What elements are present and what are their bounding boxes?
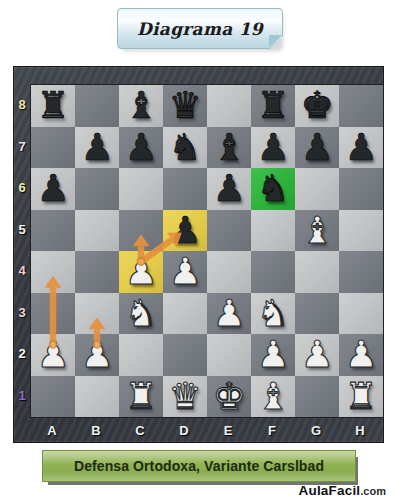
file-label-h: H (338, 418, 382, 442)
square-g4 (295, 251, 339, 293)
piece-wp-h2: ♟ (344, 334, 377, 375)
square-d6 (163, 168, 207, 210)
file-label-b: B (74, 418, 118, 442)
rank-label-6: 6 (14, 167, 30, 209)
file-label-g: G (294, 418, 338, 442)
square-b5 (75, 210, 119, 252)
square-b6 (75, 168, 119, 210)
square-e1: ♚ (207, 376, 251, 418)
piece-bb-e7: ♝ (212, 127, 245, 168)
piece-bn-d7: ♞ (168, 127, 201, 168)
square-h5 (339, 210, 383, 252)
piece-wq-d1: ♛ (168, 376, 201, 417)
piece-bp-a6: ♟ (36, 168, 69, 209)
rank-label-4: 4 (14, 250, 30, 292)
square-a2: ♟ (31, 334, 75, 376)
square-h2: ♟ (339, 334, 383, 376)
square-a3 (31, 293, 75, 335)
file-label-d: D (162, 418, 206, 442)
square-a7 (31, 127, 75, 169)
square-f3: ♞ (251, 293, 295, 335)
square-d5: ♟ (163, 210, 207, 252)
rank-labels: 87654321 (14, 84, 30, 416)
square-f6: ♞ (251, 168, 295, 210)
piece-wp-a2: ♟ (36, 334, 69, 375)
square-f8: ♜ (251, 85, 295, 127)
piece-bp-g7: ♟ (300, 127, 333, 168)
square-d2 (163, 334, 207, 376)
piece-bp-f7: ♟ (256, 127, 289, 168)
square-e7: ♝ (207, 127, 251, 169)
square-g3 (295, 293, 339, 335)
file-label-a: A (30, 418, 74, 442)
square-h3 (339, 293, 383, 335)
square-c3: ♞ (119, 293, 163, 335)
piece-wk-e1: ♚ (212, 376, 245, 417)
square-b8 (75, 85, 119, 127)
square-e4 (207, 251, 251, 293)
brand-suffix: .com (360, 485, 386, 497)
rank-label-2: 2 (14, 333, 30, 375)
square-d7: ♞ (163, 127, 207, 169)
piece-wn-f3: ♞ (256, 293, 289, 334)
piece-br-a8: ♜ (36, 85, 69, 126)
title-banner: Diagrama 19 (117, 8, 283, 49)
piece-bp-b7: ♟ (80, 127, 113, 168)
square-d8: ♛ (163, 85, 207, 127)
rank-label-3: 3 (14, 292, 30, 334)
square-a5 (31, 210, 75, 252)
rank-label-8: 8 (14, 84, 30, 126)
square-h4 (339, 251, 383, 293)
square-g2: ♟ (295, 334, 339, 376)
piece-wp-c4: ♟ (124, 251, 157, 292)
chess-board: ♜♝♛♜♚♟♟♞♝♟♟♟♟♟♞♟♝♟♟♞♟♞♟♟♟♟♟♜♛♚♝♜ (30, 84, 384, 418)
piece-bp-d5: ♟ (168, 210, 201, 251)
square-b7: ♟ (75, 127, 119, 169)
piece-br-f8: ♜ (256, 85, 289, 126)
page: Diagrama 19 87654321 ♜♝♛♜♚♟♟♞♝♟♟♟♟♟♞♟♝♟♟… (0, 0, 398, 502)
piece-wp-e3: ♟ (212, 293, 245, 334)
caption-banner: Defensa Ortodoxa, Variante Carslbad (42, 450, 356, 482)
square-g1 (295, 376, 339, 418)
square-b2: ♟ (75, 334, 119, 376)
piece-wb-f1: ♝ (256, 376, 289, 417)
square-f5 (251, 210, 295, 252)
square-h6 (339, 168, 383, 210)
square-a6: ♟ (31, 168, 75, 210)
square-c2 (119, 334, 163, 376)
square-c8: ♝ (119, 85, 163, 127)
square-f7: ♟ (251, 127, 295, 169)
chess-board-frame: 87654321 ♜♝♛♜♚♟♟♞♝♟♟♟♟♟♞♟♝♟♟♞♟♞♟♟♟♟♟♜♛♚♝… (13, 66, 384, 443)
diagram-title: Diagrama 19 (137, 19, 263, 39)
rank-label-1: 1 (14, 375, 30, 417)
square-a1 (31, 376, 75, 418)
square-c6 (119, 168, 163, 210)
square-f2: ♟ (251, 334, 295, 376)
square-c7: ♟ (119, 127, 163, 169)
square-b1 (75, 376, 119, 418)
square-e5 (207, 210, 251, 252)
piece-bp-c7: ♟ (124, 127, 157, 168)
piece-wn-c3: ♞ (124, 293, 157, 334)
square-h8 (339, 85, 383, 127)
piece-bk-g8: ♚ (300, 85, 333, 126)
piece-wp-d4: ♟ (168, 251, 201, 292)
opening-caption: Defensa Ortodoxa, Variante Carslbad (74, 458, 324, 474)
file-labels: ABCDEFGH (30, 418, 382, 442)
piece-wb-g5: ♝ (300, 210, 333, 251)
piece-wp-g2: ♟ (300, 334, 333, 375)
square-h1: ♜ (339, 376, 383, 418)
piece-bq-d8: ♛ (168, 85, 201, 126)
square-e3: ♟ (207, 293, 251, 335)
square-d3 (163, 293, 207, 335)
square-a4 (31, 251, 75, 293)
square-h7: ♟ (339, 127, 383, 169)
piece-bn-f6: ♞ (256, 168, 289, 209)
file-label-f: F (250, 418, 294, 442)
rank-label-7: 7 (14, 126, 30, 168)
piece-wp-f2: ♟ (256, 334, 289, 375)
square-e8 (207, 85, 251, 127)
file-label-c: C (118, 418, 162, 442)
square-e2 (207, 334, 251, 376)
file-label-e: E (206, 418, 250, 442)
square-e6: ♟ (207, 168, 251, 210)
square-g6 (295, 168, 339, 210)
square-d4: ♟ (163, 251, 207, 293)
square-f4 (251, 251, 295, 293)
piece-wr-h1: ♜ (344, 376, 377, 417)
square-c4: ♟ (119, 251, 163, 293)
square-c5 (119, 210, 163, 252)
square-g7: ♟ (295, 127, 339, 169)
piece-bp-h7: ♟ (344, 127, 377, 168)
piece-bp-e6: ♟ (212, 168, 245, 209)
square-g5: ♝ (295, 210, 339, 252)
square-b3 (75, 293, 119, 335)
brand-name: AulaFacil (298, 483, 360, 498)
watermark: AulaFacil.com (298, 483, 386, 498)
square-a8: ♜ (31, 85, 75, 127)
square-f1: ♝ (251, 376, 295, 418)
square-g8: ♚ (295, 85, 339, 127)
rank-label-5: 5 (14, 209, 30, 251)
square-b4 (75, 251, 119, 293)
piece-bb-c8: ♝ (124, 85, 157, 126)
square-d1: ♛ (163, 376, 207, 418)
piece-wp-b2: ♟ (80, 334, 113, 375)
piece-wr-c1: ♜ (124, 376, 157, 417)
square-c1: ♜ (119, 376, 163, 418)
